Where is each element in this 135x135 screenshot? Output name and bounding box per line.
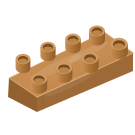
stud-back-1 [16, 54, 31, 73]
product-image-canvas [0, 0, 135, 135]
stud-back-2 [40, 42, 55, 62]
stud-back-3 [65, 34, 81, 54]
stud-front-3 [81, 52, 98, 73]
duplo-plate-render [0, 0, 135, 135]
stud-front-1 [31, 73, 47, 93]
stud-back-4 [89, 25, 105, 45]
stud-front-4 [110, 38, 128, 59]
stud-front-2 [56, 62, 73, 83]
